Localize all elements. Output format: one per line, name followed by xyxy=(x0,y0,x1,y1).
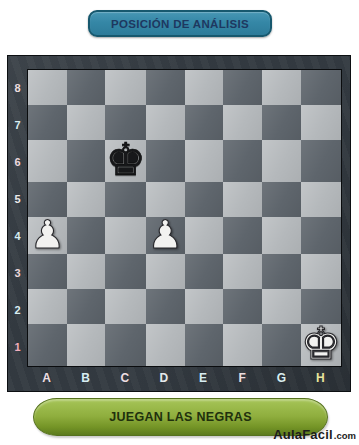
file-label-f: F xyxy=(223,365,262,391)
aulafacil-watermark: AulaFacil .com xyxy=(273,427,356,443)
file-label-d: D xyxy=(144,365,183,391)
square-a4: ♟ xyxy=(28,217,67,254)
square-c2 xyxy=(105,289,145,324)
file-label-h: H xyxy=(301,365,340,391)
square-g1 xyxy=(262,324,301,366)
square-c8 xyxy=(105,70,145,105)
square-d2 xyxy=(146,289,185,324)
file-label-c: C xyxy=(105,365,144,391)
square-g8 xyxy=(262,70,301,105)
square-e8 xyxy=(185,70,224,105)
chess-board: ♚♟♟♚ xyxy=(27,69,342,367)
rank-label-2: 2 xyxy=(8,291,27,328)
square-f3 xyxy=(223,254,262,289)
white-pawn: ♟ xyxy=(30,215,65,254)
square-d7 xyxy=(146,105,185,140)
square-b8 xyxy=(67,70,106,105)
turn-banner-label: JUEGAN LAS NEGRAS xyxy=(109,410,252,424)
square-f8 xyxy=(223,70,262,105)
square-f2 xyxy=(223,289,262,324)
white-king: ♚ xyxy=(301,321,341,366)
square-g4 xyxy=(262,217,301,254)
square-c5 xyxy=(105,182,145,217)
rank-labels: 87654321 xyxy=(8,69,27,365)
square-h5 xyxy=(301,182,341,217)
analysis-banner: POSICIÓN DE ANÁLISIS xyxy=(88,10,272,37)
square-a1 xyxy=(28,324,67,366)
square-h4 xyxy=(301,217,341,254)
square-c3 xyxy=(105,254,145,289)
square-b2 xyxy=(67,289,106,324)
square-e4 xyxy=(185,217,224,254)
analysis-banner-label: POSICIÓN DE ANÁLISIS xyxy=(111,18,249,30)
square-a3 xyxy=(28,254,67,289)
rank-label-3: 3 xyxy=(8,254,27,291)
square-d5 xyxy=(146,182,185,217)
square-e1 xyxy=(185,324,224,366)
rank-label-6: 6 xyxy=(8,143,27,180)
square-g2 xyxy=(262,289,301,324)
square-f6 xyxy=(223,140,262,182)
chess-board-frame: 87654321 ♚♟♟♚ ABCDEFGH xyxy=(7,55,351,392)
square-f5 xyxy=(223,182,262,217)
square-a6 xyxy=(28,140,67,182)
square-h3 xyxy=(301,254,341,289)
square-b5 xyxy=(67,182,106,217)
square-c4 xyxy=(105,217,145,254)
square-g5 xyxy=(262,182,301,217)
square-h1: ♚ xyxy=(301,324,341,366)
square-e6 xyxy=(185,140,224,182)
rank-label-5: 5 xyxy=(8,180,27,217)
square-c6: ♚ xyxy=(105,140,145,182)
rank-label-8: 8 xyxy=(8,69,27,106)
square-d3 xyxy=(146,254,185,289)
square-f4 xyxy=(223,217,262,254)
file-label-g: G xyxy=(262,365,301,391)
square-b4 xyxy=(67,217,106,254)
square-f7 xyxy=(223,105,262,140)
square-c1 xyxy=(105,324,145,366)
brand-tld: .com xyxy=(334,430,356,441)
square-b1 xyxy=(67,324,106,366)
square-b7 xyxy=(67,105,106,140)
square-f1 xyxy=(223,324,262,366)
square-d1 xyxy=(146,324,185,366)
square-b6 xyxy=(67,140,106,182)
square-e3 xyxy=(185,254,224,289)
square-d8 xyxy=(146,70,185,105)
file-labels: ABCDEFGH xyxy=(27,365,340,391)
white-pawn: ♟ xyxy=(148,215,183,254)
square-d4: ♟ xyxy=(146,217,185,254)
square-e2 xyxy=(185,289,224,324)
square-a2 xyxy=(28,289,67,324)
square-g3 xyxy=(262,254,301,289)
chess-lesson-diagram: POSICIÓN DE ANÁLISIS 87654321 ♚♟♟♚ ABCDE… xyxy=(0,0,359,445)
square-a7 xyxy=(28,105,67,140)
square-g7 xyxy=(262,105,301,140)
file-label-b: B xyxy=(66,365,105,391)
file-label-e: E xyxy=(184,365,223,391)
square-h7 xyxy=(301,105,341,140)
square-a5 xyxy=(28,182,67,217)
square-g6 xyxy=(262,140,301,182)
rank-label-1: 1 xyxy=(8,328,27,365)
black-king: ♚ xyxy=(105,137,145,182)
file-label-a: A xyxy=(27,365,66,391)
rank-label-4: 4 xyxy=(8,217,27,254)
square-d6 xyxy=(146,140,185,182)
square-e7 xyxy=(185,105,224,140)
square-a8 xyxy=(28,70,67,105)
square-h6 xyxy=(301,140,341,182)
square-b3 xyxy=(67,254,106,289)
rank-label-7: 7 xyxy=(8,106,27,143)
square-e5 xyxy=(185,182,224,217)
square-h8 xyxy=(301,70,341,105)
brand-name: AulaFacil xyxy=(273,427,333,442)
